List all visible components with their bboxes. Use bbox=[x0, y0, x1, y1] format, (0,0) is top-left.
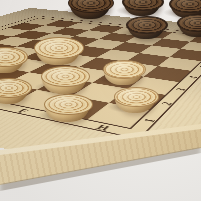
piece-top-rings bbox=[44, 94, 93, 115]
checker-piece-light-h2 bbox=[114, 87, 157, 114]
checker-piece-light-e3 bbox=[34, 37, 82, 67]
piece-layer bbox=[0, 0, 201, 201]
checker-piece-light-g1 bbox=[44, 94, 91, 123]
piece-top-rings bbox=[126, 16, 168, 34]
checker-piece-dark-g6 bbox=[126, 16, 166, 41]
piece-top-rings bbox=[34, 37, 84, 59]
checker-piece-light-e1 bbox=[0, 78, 30, 105]
checker-piece-dark-f7 bbox=[68, 0, 112, 20]
piece-top-rings bbox=[103, 60, 146, 79]
checker-piece-light-d2 bbox=[0, 47, 26, 74]
checker-piece-light-g3 bbox=[103, 60, 144, 85]
piece-top-rings bbox=[0, 47, 28, 67]
checker-piece-light-f2 bbox=[41, 66, 88, 95]
piece-top-rings bbox=[41, 66, 90, 87]
checker-piece-dark-h6 bbox=[177, 14, 201, 39]
piece-top-rings bbox=[114, 87, 159, 107]
piece-top-rings bbox=[0, 78, 32, 98]
board-photo: ABCDEFGH12345678 bbox=[0, 0, 201, 201]
